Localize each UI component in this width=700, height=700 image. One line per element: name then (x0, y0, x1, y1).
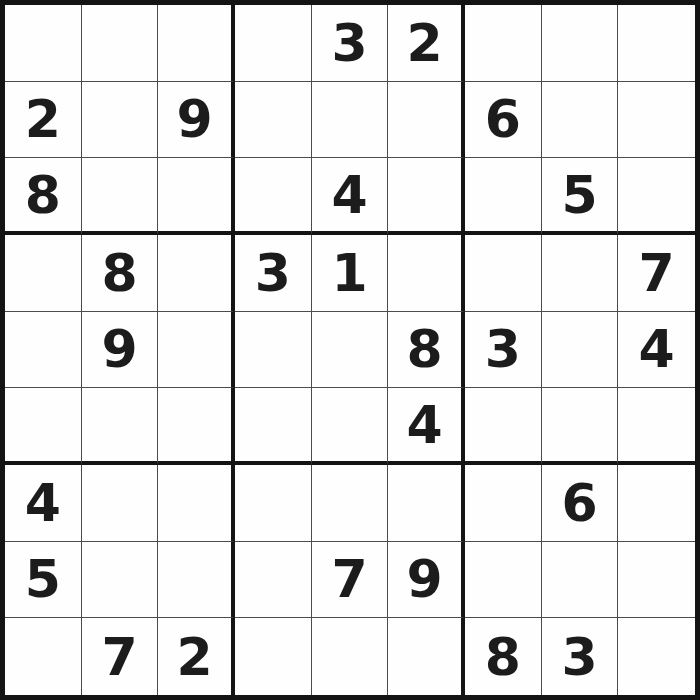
given-digit: 2 (177, 631, 213, 683)
cell-r2c4[interactable] (235, 82, 312, 159)
given-digit: 6 (561, 477, 597, 529)
given-digit: 9 (101, 323, 137, 375)
cell-r8c1[interactable]: 5 (5, 542, 82, 619)
given-digit: 4 (407, 399, 443, 451)
cell-r5c6[interactable]: 8 (388, 312, 465, 389)
cell-r7c9[interactable] (618, 465, 695, 542)
given-digit: 8 (407, 323, 443, 375)
cell-r7c1[interactable]: 4 (5, 465, 82, 542)
cell-r4c9[interactable]: 7 (618, 235, 695, 312)
cell-r3c4[interactable] (235, 158, 312, 235)
given-digit: 4 (639, 323, 675, 375)
given-digit: 4 (25, 477, 61, 529)
cell-r4c5[interactable]: 1 (312, 235, 389, 312)
cell-r2c9[interactable] (618, 82, 695, 159)
cell-r1c9[interactable] (618, 5, 695, 82)
cell-r7c8[interactable]: 6 (542, 465, 619, 542)
cell-r1c4[interactable] (235, 5, 312, 82)
cell-r9c2[interactable]: 7 (82, 618, 159, 695)
cell-r9c6[interactable] (388, 618, 465, 695)
cell-r6c7[interactable] (465, 388, 542, 465)
cell-r3c6[interactable] (388, 158, 465, 235)
cell-r3c5[interactable]: 4 (312, 158, 389, 235)
cell-r1c3[interactable] (158, 5, 235, 82)
cell-r8c4[interactable] (235, 542, 312, 619)
given-digit: 5 (561, 169, 597, 221)
given-digit: 9 (407, 553, 443, 605)
cell-r9c4[interactable] (235, 618, 312, 695)
cell-r4c1[interactable] (5, 235, 82, 312)
cell-r9c7[interactable]: 8 (465, 618, 542, 695)
cell-r4c8[interactable] (542, 235, 619, 312)
given-digit: 1 (331, 247, 367, 299)
cell-r5c1[interactable] (5, 312, 82, 389)
cell-r3c2[interactable] (82, 158, 159, 235)
cell-r1c1[interactable] (5, 5, 82, 82)
cell-r8c6[interactable]: 9 (388, 542, 465, 619)
cell-r7c5[interactable] (312, 465, 389, 542)
given-digit: 2 (25, 93, 61, 145)
cell-r8c7[interactable] (465, 542, 542, 619)
cell-r2c3[interactable]: 9 (158, 82, 235, 159)
cell-r1c7[interactable] (465, 5, 542, 82)
cell-r8c3[interactable] (158, 542, 235, 619)
cell-r3c8[interactable]: 5 (542, 158, 619, 235)
cell-r1c5[interactable]: 3 (312, 5, 389, 82)
cell-r5c8[interactable] (542, 312, 619, 389)
cell-r4c3[interactable] (158, 235, 235, 312)
cell-r8c9[interactable] (618, 542, 695, 619)
cell-r9c9[interactable] (618, 618, 695, 695)
given-digit: 2 (407, 17, 443, 69)
cell-r7c6[interactable] (388, 465, 465, 542)
cell-r5c9[interactable]: 4 (618, 312, 695, 389)
cell-r2c1[interactable]: 2 (5, 82, 82, 159)
cell-r6c1[interactable] (5, 388, 82, 465)
given-digit: 5 (25, 553, 61, 605)
cell-r7c4[interactable] (235, 465, 312, 542)
cell-r7c7[interactable] (465, 465, 542, 542)
cell-r7c2[interactable] (82, 465, 159, 542)
given-digit: 8 (485, 631, 521, 683)
cell-r3c9[interactable] (618, 158, 695, 235)
cell-r6c3[interactable] (158, 388, 235, 465)
given-digit: 3 (485, 323, 521, 375)
cell-r2c6[interactable] (388, 82, 465, 159)
cell-r2c2[interactable] (82, 82, 159, 159)
given-digit: 3 (331, 17, 367, 69)
cell-r4c6[interactable] (388, 235, 465, 312)
given-digit: 4 (331, 169, 367, 221)
cell-r8c5[interactable]: 7 (312, 542, 389, 619)
cell-r1c6[interactable]: 2 (388, 5, 465, 82)
given-digit: 9 (177, 93, 213, 145)
cell-r9c3[interactable]: 2 (158, 618, 235, 695)
cell-r6c5[interactable] (312, 388, 389, 465)
cell-r5c5[interactable] (312, 312, 389, 389)
cell-r8c2[interactable] (82, 542, 159, 619)
cell-r4c7[interactable] (465, 235, 542, 312)
given-digit: 7 (331, 553, 367, 605)
given-digit: 3 (561, 631, 597, 683)
given-digit: 3 (255, 247, 291, 299)
cell-r6c6[interactable]: 4 (388, 388, 465, 465)
cell-r2c5[interactable] (312, 82, 389, 159)
cell-r3c1[interactable]: 8 (5, 158, 82, 235)
cell-r5c3[interactable] (158, 312, 235, 389)
given-digit: 7 (639, 247, 675, 299)
cell-r6c2[interactable] (82, 388, 159, 465)
cell-r4c4[interactable]: 3 (235, 235, 312, 312)
given-digit: 8 (101, 247, 137, 299)
cell-r9c1[interactable] (5, 618, 82, 695)
sudoku-board: 32296845831798344465797283 (0, 0, 700, 700)
given-digit: 8 (25, 169, 61, 221)
cell-r6c8[interactable] (542, 388, 619, 465)
cell-r5c2[interactable]: 9 (82, 312, 159, 389)
cell-r1c8[interactable] (542, 5, 619, 82)
given-digit: 7 (101, 631, 137, 683)
cell-r4c2[interactable]: 8 (82, 235, 159, 312)
cell-r7c3[interactable] (158, 465, 235, 542)
cell-r2c8[interactable] (542, 82, 619, 159)
cell-r6c4[interactable] (235, 388, 312, 465)
cell-r3c7[interactable] (465, 158, 542, 235)
cell-r9c8[interactable]: 3 (542, 618, 619, 695)
cell-r5c7[interactable]: 3 (465, 312, 542, 389)
cell-r8c8[interactable] (542, 542, 619, 619)
cell-r5c4[interactable] (235, 312, 312, 389)
cell-r6c9[interactable] (618, 388, 695, 465)
cell-r3c3[interactable] (158, 158, 235, 235)
cell-r1c2[interactable] (82, 5, 159, 82)
cell-r2c7[interactable]: 6 (465, 82, 542, 159)
cell-r9c5[interactable] (312, 618, 389, 695)
given-digit: 6 (485, 93, 521, 145)
